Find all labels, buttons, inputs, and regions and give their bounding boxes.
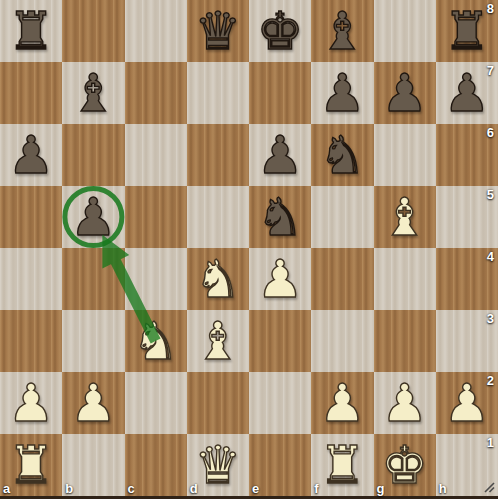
square-f6[interactable]: ♞ — [311, 124, 373, 186]
white-knight[interactable]: ♞ — [187, 248, 249, 310]
square-c1[interactable]: c — [125, 434, 187, 496]
square-e1[interactable]: e — [249, 434, 311, 496]
square-g6[interactable] — [374, 124, 436, 186]
square-e7[interactable] — [249, 62, 311, 124]
square-c4[interactable] — [125, 248, 187, 310]
square-a5[interactable] — [0, 186, 62, 248]
square-g2[interactable]: ♟ — [374, 372, 436, 434]
white-bishop[interactable]: ♝ — [374, 186, 436, 248]
square-a2[interactable]: ♟ — [0, 372, 62, 434]
square-a1[interactable]: ♜a — [0, 434, 62, 496]
black-pawn[interactable]: ♟ — [249, 124, 311, 186]
rank-label-5: 5 — [487, 187, 494, 202]
square-f4[interactable] — [311, 248, 373, 310]
white-pawn[interactable]: ♟ — [249, 248, 311, 310]
board: ♜♛♚♝♜8♝♟♟♟7♟♟♞6♟♞♝5♞♟4♞♝3♟♟♟♟♟2♜abc♛de♜f… — [0, 0, 498, 496]
square-b8[interactable] — [62, 0, 124, 62]
square-c5[interactable] — [125, 186, 187, 248]
black-pawn[interactable]: ♟ — [62, 186, 124, 248]
square-h5[interactable]: 5 — [436, 186, 498, 248]
square-f8[interactable]: ♝ — [311, 0, 373, 62]
white-queen[interactable]: ♛ — [187, 434, 249, 496]
square-e3[interactable] — [249, 310, 311, 372]
rank-label-6: 6 — [487, 125, 494, 140]
white-pawn[interactable]: ♟ — [374, 372, 436, 434]
square-g7[interactable]: ♟ — [374, 62, 436, 124]
square-h2[interactable]: ♟2 — [436, 372, 498, 434]
square-a3[interactable] — [0, 310, 62, 372]
square-h3[interactable]: 3 — [436, 310, 498, 372]
square-e8[interactable]: ♚ — [249, 0, 311, 62]
square-f3[interactable] — [311, 310, 373, 372]
black-bishop[interactable]: ♝ — [311, 0, 373, 62]
square-b5[interactable]: ♟ — [62, 186, 124, 248]
square-a4[interactable] — [0, 248, 62, 310]
square-f2[interactable]: ♟ — [311, 372, 373, 434]
file-label-e: e — [252, 481, 259, 496]
black-rook[interactable]: ♜ — [0, 0, 62, 62]
black-king[interactable]: ♚ — [249, 0, 311, 62]
rank-label-4: 4 — [487, 249, 494, 264]
square-h6[interactable]: 6 — [436, 124, 498, 186]
square-h7[interactable]: ♟7 — [436, 62, 498, 124]
black-pawn[interactable]: ♟ — [0, 124, 62, 186]
white-pawn[interactable]: ♟ — [436, 372, 498, 434]
square-d7[interactable] — [187, 62, 249, 124]
black-pawn[interactable]: ♟ — [374, 62, 436, 124]
black-knight[interactable]: ♞ — [311, 124, 373, 186]
square-d8[interactable]: ♛ — [187, 0, 249, 62]
square-e5[interactable]: ♞ — [249, 186, 311, 248]
square-d2[interactable] — [187, 372, 249, 434]
file-label-b: b — [65, 481, 73, 496]
square-h8[interactable]: ♜8 — [436, 0, 498, 62]
square-g1[interactable]: ♚g — [374, 434, 436, 496]
file-label-h: h — [439, 481, 447, 496]
square-g5[interactable]: ♝ — [374, 186, 436, 248]
square-f7[interactable]: ♟ — [311, 62, 373, 124]
square-a8[interactable]: ♜ — [0, 0, 62, 62]
black-pawn[interactable]: ♟ — [436, 62, 498, 124]
black-queen[interactable]: ♛ — [187, 0, 249, 62]
square-b6[interactable] — [62, 124, 124, 186]
square-g4[interactable] — [374, 248, 436, 310]
white-rook[interactable]: ♜ — [0, 434, 62, 496]
square-e2[interactable] — [249, 372, 311, 434]
square-c3[interactable]: ♞ — [125, 310, 187, 372]
square-d3[interactable]: ♝ — [187, 310, 249, 372]
square-g3[interactable] — [374, 310, 436, 372]
square-b2[interactable]: ♟ — [62, 372, 124, 434]
square-c2[interactable] — [125, 372, 187, 434]
square-b4[interactable] — [62, 248, 124, 310]
square-f1[interactable]: ♜f — [311, 434, 373, 496]
square-f5[interactable] — [311, 186, 373, 248]
square-c7[interactable] — [125, 62, 187, 124]
board-resize-handle[interactable] — [480, 478, 496, 494]
white-bishop[interactable]: ♝ — [187, 310, 249, 372]
white-pawn[interactable]: ♟ — [62, 372, 124, 434]
square-d1[interactable]: ♛d — [187, 434, 249, 496]
square-h4[interactable]: 4 — [436, 248, 498, 310]
square-d5[interactable] — [187, 186, 249, 248]
square-c6[interactable] — [125, 124, 187, 186]
black-pawn[interactable]: ♟ — [311, 62, 373, 124]
square-a7[interactable] — [0, 62, 62, 124]
square-c8[interactable] — [125, 0, 187, 62]
black-rook[interactable]: ♜ — [436, 0, 498, 62]
white-pawn[interactable]: ♟ — [311, 372, 373, 434]
square-d6[interactable] — [187, 124, 249, 186]
rank-label-1: 1 — [487, 435, 494, 450]
square-a6[interactable]: ♟ — [0, 124, 62, 186]
black-bishop[interactable]: ♝ — [62, 62, 124, 124]
square-e4[interactable]: ♟ — [249, 248, 311, 310]
rank-label-3: 3 — [487, 311, 494, 326]
white-pawn[interactable]: ♟ — [0, 372, 62, 434]
square-b1[interactable]: b — [62, 434, 124, 496]
square-e6[interactable]: ♟ — [249, 124, 311, 186]
square-g8[interactable] — [374, 0, 436, 62]
square-b7[interactable]: ♝ — [62, 62, 124, 124]
black-knight[interactable]: ♞ — [249, 186, 311, 248]
chess-board-container: ♜♛♚♝♜8♝♟♟♟7♟♟♞6♟♞♝5♞♟4♞♝3♟♟♟♟♟2♜abc♛de♜f… — [0, 0, 498, 499]
white-king[interactable]: ♚ — [374, 434, 436, 496]
white-knight[interactable]: ♞ — [125, 310, 187, 372]
file-label-c: c — [128, 481, 135, 496]
square-d4[interactable]: ♞ — [187, 248, 249, 310]
white-rook[interactable]: ♜ — [311, 434, 373, 496]
square-b3[interactable] — [62, 310, 124, 372]
